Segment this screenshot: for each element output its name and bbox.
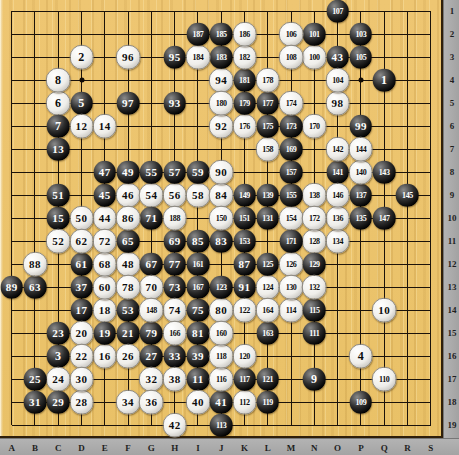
- go-stone-white-186-K2[interactable]: 186: [232, 22, 257, 47]
- go-stone-white-116-J17[interactable]: 116: [209, 367, 234, 392]
- column-label-H: H: [171, 443, 178, 453]
- go-stone-black-3-C16[interactable]: 3: [47, 345, 70, 368]
- column-label-C: C: [55, 443, 62, 453]
- go-stone-white-138-N9[interactable]: 138: [302, 183, 327, 208]
- go-stone-black-103-P2[interactable]: 103: [350, 23, 373, 46]
- column-label-J: J: [219, 443, 224, 453]
- go-stone-black-121-L17[interactable]: 121: [256, 368, 279, 391]
- go-stone-white-136-O10[interactable]: 136: [325, 206, 350, 231]
- go-stone-black-13-C7[interactable]: 13: [47, 138, 70, 161]
- go-stone-white-50-D10[interactable]: 50: [69, 206, 94, 231]
- row-label-9: 9: [450, 190, 455, 200]
- go-stone-black-167-I13[interactable]: 167: [187, 276, 210, 299]
- go-stone-black-49-F8[interactable]: 49: [117, 161, 140, 184]
- column-labels-bar: ABCDEFGHIJKLMNOPQRS: [0, 438, 459, 455]
- go-stone-white-140-P8[interactable]: 140: [349, 160, 374, 185]
- row-label-10: 10: [448, 213, 457, 223]
- go-stone-black-185-J2[interactable]: 185: [210, 23, 233, 46]
- column-label-F: F: [125, 443, 131, 453]
- go-stone-white-174-M5[interactable]: 174: [279, 91, 304, 116]
- star-point-P4: [358, 78, 363, 83]
- column-label-A: A: [8, 443, 15, 453]
- go-stone-black-99-P6[interactable]: 99: [350, 115, 373, 138]
- go-stone-black-173-M6[interactable]: 173: [280, 115, 303, 138]
- row-label-3: 3: [450, 52, 455, 62]
- go-stone-black-105-P3[interactable]: 105: [350, 46, 373, 69]
- go-stone-white-144-P7[interactable]: 144: [349, 137, 374, 162]
- go-stone-white-22-D16[interactable]: 22: [69, 344, 94, 369]
- go-stone-white-78-F13[interactable]: 78: [116, 275, 141, 300]
- go-stone-black-31-B18[interactable]: 31: [24, 391, 47, 414]
- go-stone-white-80-J14[interactable]: 80: [209, 298, 234, 323]
- go-stone-black-101-N2[interactable]: 101: [303, 23, 326, 46]
- go-stone-white-70-G13[interactable]: 70: [139, 275, 164, 300]
- go-stone-black-113-J19[interactable]: 113: [210, 414, 233, 437]
- go-stone-black-43-O3[interactable]: 43: [326, 46, 349, 69]
- go-stone-white-110-Q17[interactable]: 110: [372, 367, 397, 392]
- go-stone-white-24-C17[interactable]: 24: [46, 367, 71, 392]
- go-stone-black-23-C15[interactable]: 23: [47, 322, 70, 345]
- row-label-5: 5: [450, 98, 455, 108]
- go-stone-black-77-H12[interactable]: 77: [163, 253, 186, 276]
- go-stone-white-48-F12[interactable]: 48: [116, 252, 141, 277]
- row-label-8: 8: [450, 167, 455, 177]
- go-stone-white-148-G14[interactable]: 148: [139, 298, 164, 323]
- go-stone-white-166-H15[interactable]: 166: [162, 321, 187, 346]
- go-stone-black-119-L18[interactable]: 119: [256, 391, 279, 414]
- star-point-D4: [79, 78, 84, 83]
- go-stone-white-86-F10[interactable]: 86: [116, 206, 141, 231]
- row-label-17: 17: [448, 374, 457, 384]
- go-stone-black-157-M8[interactable]: 157: [280, 161, 303, 184]
- row-label-4: 4: [450, 75, 455, 85]
- row-label-14: 14: [448, 305, 457, 315]
- go-stone-black-53-F14[interactable]: 53: [117, 299, 140, 322]
- go-stone-white-74-H14[interactable]: 74: [162, 298, 187, 323]
- go-stone-white-112-K18[interactable]: 112: [232, 390, 257, 415]
- grid-line-vertical: [407, 11, 408, 425]
- go-stone-black-17-D14[interactable]: 17: [70, 299, 93, 322]
- go-stone-white-94-J4[interactable]: 94: [209, 68, 234, 93]
- go-stone-white-68-E12[interactable]: 68: [93, 252, 118, 277]
- go-stone-white-142-O7[interactable]: 142: [325, 137, 350, 162]
- row-label-19: 19: [448, 420, 457, 430]
- go-stone-black-187-I2[interactable]: 187: [187, 23, 210, 46]
- go-stone-white-2-D3[interactable]: 2: [69, 45, 94, 70]
- go-stone-black-71-G10[interactable]: 71: [140, 207, 163, 230]
- go-stone-black-107-O1[interactable]: 107: [326, 0, 349, 22]
- go-stone-black-149-K9[interactable]: 149: [233, 184, 256, 207]
- go-stone-white-44-E10[interactable]: 44: [93, 206, 118, 231]
- go-stone-black-65-F11[interactable]: 65: [117, 230, 140, 253]
- go-stone-black-155-M9[interactable]: 155: [280, 184, 303, 207]
- go-stone-white-32-G17[interactable]: 32: [139, 367, 164, 392]
- go-stone-black-129-N12[interactable]: 129: [303, 253, 326, 276]
- row-label-16: 16: [448, 351, 457, 361]
- row-label-7: 7: [450, 144, 455, 154]
- go-stone-white-120-K16[interactable]: 120: [232, 344, 257, 369]
- go-stone-white-54-G9[interactable]: 54: [139, 183, 164, 208]
- go-stone-black-41-J18[interactable]: 41: [210, 391, 233, 414]
- go-stone-white-20-D15[interactable]: 20: [69, 321, 94, 346]
- go-stone-black-151-K10[interactable]: 151: [233, 207, 256, 230]
- go-stone-white-100-N3[interactable]: 100: [302, 45, 327, 70]
- goban-wood-panel: 1234567891011121314151617181920212223242…: [0, 0, 443, 438]
- go-stone-black-141-O8[interactable]: 141: [326, 161, 349, 184]
- column-label-Q: Q: [381, 443, 388, 453]
- go-stone-white-180-J5[interactable]: 180: [209, 91, 234, 116]
- go-stone-white-182-K3[interactable]: 182: [232, 45, 257, 70]
- go-stone-black-45-E9[interactable]: 45: [94, 184, 117, 207]
- go-stone-black-11-I17[interactable]: 11: [187, 368, 210, 391]
- go-stone-black-123-J13[interactable]: 123: [210, 276, 233, 299]
- row-label-12: 12: [448, 259, 457, 269]
- go-stone-white-40-I18[interactable]: 40: [186, 390, 211, 415]
- go-stone-white-188-H10[interactable]: 188: [162, 206, 187, 231]
- go-stone-black-9-N17[interactable]: 9: [303, 368, 326, 391]
- go-stone-white-84-J9[interactable]: 84: [209, 183, 234, 208]
- go-stone-black-69-H11[interactable]: 69: [163, 230, 186, 253]
- go-stone-white-92-J6[interactable]: 92: [209, 114, 234, 139]
- go-stone-white-16-E16[interactable]: 16: [93, 344, 118, 369]
- go-stone-black-79-G15[interactable]: 79: [140, 322, 163, 345]
- go-stone-white-46-F9[interactable]: 46: [116, 183, 141, 208]
- go-stone-black-109-P18[interactable]: 109: [350, 391, 373, 414]
- go-stone-black-87-K12[interactable]: 87: [233, 253, 256, 276]
- go-stone-black-147-Q10[interactable]: 147: [373, 207, 396, 230]
- go-stone-black-93-H5[interactable]: 93: [163, 92, 186, 115]
- go-stone-white-184-I3[interactable]: 184: [186, 45, 211, 70]
- go-stone-white-164-L14[interactable]: 164: [255, 298, 280, 323]
- go-stone-white-108-M3[interactable]: 108: [279, 45, 304, 70]
- go-stone-black-181-K4[interactable]: 181: [233, 69, 256, 92]
- go-stone-black-137-P9[interactable]: 137: [350, 184, 373, 207]
- go-stone-white-160-J15[interactable]: 160: [209, 321, 234, 346]
- go-stone-white-10-Q14[interactable]: 10: [372, 298, 397, 323]
- go-stone-white-72-E11[interactable]: 72: [93, 229, 118, 254]
- go-stone-white-42-H19[interactable]: 42: [162, 413, 187, 438]
- go-stone-black-117-K17[interactable]: 117: [233, 368, 256, 391]
- row-label-6: 6: [450, 121, 455, 131]
- go-stone-black-57-H8[interactable]: 57: [163, 161, 186, 184]
- go-stone-white-172-N10[interactable]: 172: [302, 206, 327, 231]
- go-stone-white-6-C5[interactable]: 6: [46, 91, 71, 116]
- go-stone-black-33-H16[interactable]: 33: [163, 345, 186, 368]
- row-label-11: 11: [448, 236, 457, 246]
- go-stone-black-183-J3[interactable]: 183: [210, 46, 233, 69]
- go-stone-white-178-L4[interactable]: 178: [255, 68, 280, 93]
- column-label-S: S: [428, 443, 433, 453]
- go-stone-black-169-M7[interactable]: 169: [280, 138, 303, 161]
- column-label-K: K: [241, 443, 248, 453]
- go-stone-white-96-F3[interactable]: 96: [116, 45, 141, 70]
- go-stone-white-114-M14[interactable]: 114: [279, 298, 304, 323]
- go-stone-black-177-L5[interactable]: 177: [256, 92, 279, 115]
- go-stone-black-37-D13[interactable]: 37: [70, 276, 93, 299]
- go-stone-black-21-F15[interactable]: 21: [117, 322, 140, 345]
- go-stone-white-106-M2[interactable]: 106: [279, 22, 304, 47]
- go-stone-white-118-J16[interactable]: 118: [209, 344, 234, 369]
- go-stone-black-179-K5[interactable]: 179: [233, 92, 256, 115]
- go-stone-black-29-C18[interactable]: 29: [47, 391, 70, 414]
- go-stone-black-111-N15[interactable]: 111: [303, 322, 326, 345]
- go-stone-white-90-J8[interactable]: 90: [209, 160, 234, 185]
- go-stone-white-4-P16[interactable]: 4: [349, 344, 374, 369]
- go-stone-black-163-L15[interactable]: 163: [256, 322, 279, 345]
- grid-line-vertical: [430, 11, 431, 425]
- go-stone-black-171-M11[interactable]: 171: [280, 230, 303, 253]
- go-stone-white-126-M12[interactable]: 126: [279, 252, 304, 277]
- go-stone-black-85-I11[interactable]: 85: [187, 230, 210, 253]
- go-stone-white-128-N11[interactable]: 128: [302, 229, 327, 254]
- go-stone-white-134-O11[interactable]: 134: [325, 229, 350, 254]
- go-stone-black-51-C9[interactable]: 51: [47, 184, 70, 207]
- go-stone-white-14-E6[interactable]: 14: [93, 114, 118, 139]
- go-stone-black-47-E8[interactable]: 47: [94, 161, 117, 184]
- go-stone-black-89-A13[interactable]: 89: [0, 276, 23, 299]
- go-stone-white-36-G18[interactable]: 36: [139, 390, 164, 415]
- go-stone-white-58-I9[interactable]: 58: [186, 183, 211, 208]
- go-stone-black-75-I14[interactable]: 75: [187, 299, 210, 322]
- go-stone-black-61-D12[interactable]: 61: [70, 253, 93, 276]
- row-label-13: 13: [448, 282, 457, 292]
- column-label-B: B: [32, 443, 38, 453]
- go-stone-white-52-C11[interactable]: 52: [46, 229, 71, 254]
- row-label-18: 18: [448, 397, 457, 407]
- go-stone-black-143-Q8[interactable]: 143: [373, 161, 396, 184]
- go-stone-white-146-O9[interactable]: 146: [325, 183, 350, 208]
- go-stone-black-91-K13[interactable]: 91: [233, 276, 256, 299]
- row-label-15: 15: [448, 328, 457, 338]
- go-stone-white-12-D6[interactable]: 12: [69, 114, 94, 139]
- column-label-E: E: [102, 443, 108, 453]
- go-stone-white-88-B12[interactable]: 88: [23, 252, 48, 277]
- go-stone-white-26-F16[interactable]: 26: [116, 344, 141, 369]
- go-stone-white-132-N13[interactable]: 132: [302, 275, 327, 300]
- go-stone-black-83-J11[interactable]: 83: [210, 230, 233, 253]
- go-stone-black-131-L10[interactable]: 131: [256, 207, 279, 230]
- column-label-O: O: [334, 443, 341, 453]
- go-stone-black-81-I15[interactable]: 81: [187, 322, 210, 345]
- column-label-L: L: [265, 443, 271, 453]
- go-stone-white-98-O5[interactable]: 98: [325, 91, 350, 116]
- go-stone-white-122-K14[interactable]: 122: [232, 298, 257, 323]
- go-stone-black-145-R9[interactable]: 145: [396, 184, 419, 207]
- go-stone-white-158-L7[interactable]: 158: [255, 137, 280, 162]
- go-stone-black-73-H13[interactable]: 73: [163, 276, 186, 299]
- go-stone-black-55-G8[interactable]: 55: [140, 161, 163, 184]
- go-stone-black-25-B17[interactable]: 25: [24, 368, 47, 391]
- go-stone-black-161-I12[interactable]: 161: [187, 253, 210, 276]
- go-stone-black-115-N14[interactable]: 115: [303, 299, 326, 322]
- go-stone-black-1-Q4[interactable]: 1: [373, 69, 396, 92]
- go-stone-black-59-I8[interactable]: 59: [187, 161, 210, 184]
- go-stone-white-34-F18[interactable]: 34: [116, 390, 141, 415]
- go-stone-white-56-H9[interactable]: 56: [162, 183, 187, 208]
- go-board-screenshot: 1234567891011121314151617181920212223242…: [0, 0, 459, 455]
- go-stone-white-150-J10[interactable]: 150: [209, 206, 234, 231]
- go-stone-white-30-D17[interactable]: 30: [69, 367, 94, 392]
- row-labels-bar: 12345678910111213141516171819: [443, 0, 459, 438]
- go-stone-white-62-D11[interactable]: 62: [69, 229, 94, 254]
- go-stone-black-5-D5[interactable]: 5: [70, 92, 93, 115]
- column-label-M: M: [287, 443, 296, 453]
- go-stone-white-38-H17[interactable]: 38: [162, 367, 187, 392]
- go-stone-black-95-H3[interactable]: 95: [163, 46, 186, 69]
- go-stone-white-176-K6[interactable]: 176: [232, 114, 257, 139]
- go-stone-white-154-M10[interactable]: 154: [279, 206, 304, 231]
- go-stone-black-27-G16[interactable]: 27: [140, 345, 163, 368]
- go-stone-black-67-G12[interactable]: 67: [140, 253, 163, 276]
- column-label-R: R: [404, 443, 411, 453]
- go-stone-white-130-M13[interactable]: 130: [279, 275, 304, 300]
- column-label-D: D: [78, 443, 85, 453]
- go-stone-white-18-E14[interactable]: 18: [93, 298, 118, 323]
- go-stone-black-19-E15[interactable]: 19: [94, 322, 117, 345]
- row-label-2: 2: [450, 29, 455, 39]
- column-label-I: I: [196, 443, 200, 453]
- go-stone-black-139-L9[interactable]: 139: [256, 184, 279, 207]
- go-stone-white-28-D18[interactable]: 28: [69, 390, 94, 415]
- go-stone-black-153-K11[interactable]: 153: [233, 230, 256, 253]
- go-stone-black-135-P10[interactable]: 135: [350, 207, 373, 230]
- go-stone-black-15-C10[interactable]: 15: [47, 207, 70, 230]
- row-label-1: 1: [450, 6, 455, 16]
- go-stone-black-7-C6[interactable]: 7: [47, 115, 70, 138]
- go-stone-white-104-O4[interactable]: 104: [325, 68, 350, 93]
- column-label-P: P: [358, 443, 364, 453]
- go-stone-black-63-B13[interactable]: 63: [24, 276, 47, 299]
- go-stone-black-97-F5[interactable]: 97: [117, 92, 140, 115]
- go-stone-white-8-C4[interactable]: 8: [46, 68, 71, 93]
- go-stone-white-170-N6[interactable]: 170: [302, 114, 327, 139]
- column-label-N: N: [311, 443, 318, 453]
- go-stone-black-175-L6[interactable]: 175: [256, 115, 279, 138]
- go-stone-white-60-E13[interactable]: 60: [93, 275, 118, 300]
- go-stone-white-124-L13[interactable]: 124: [255, 275, 280, 300]
- go-stone-black-39-I16[interactable]: 39: [187, 345, 210, 368]
- go-stone-black-125-L12[interactable]: 125: [256, 253, 279, 276]
- column-label-G: G: [148, 443, 155, 453]
